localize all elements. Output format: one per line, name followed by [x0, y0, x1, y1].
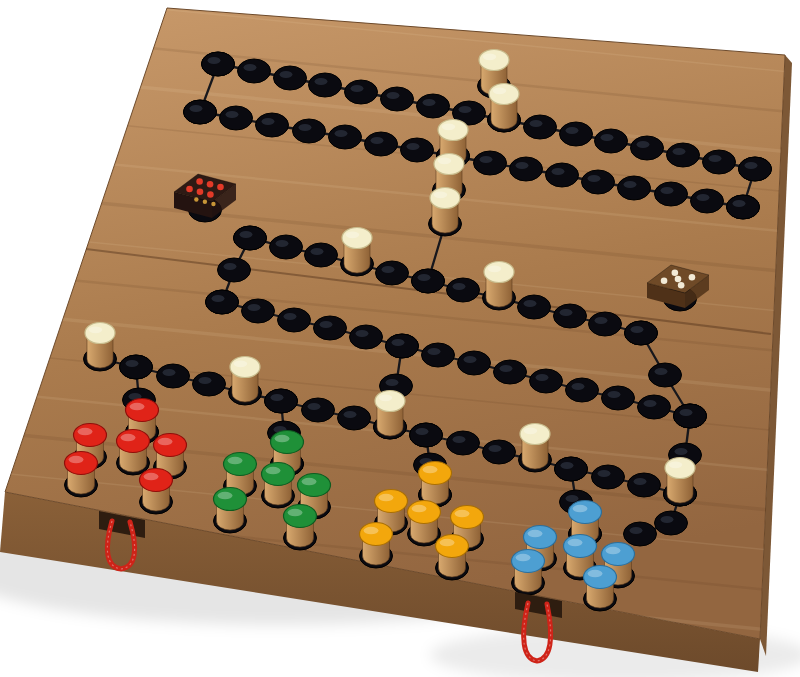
- track-hole[interactable]: [206, 290, 239, 314]
- peg-highlight: [412, 505, 427, 512]
- peg-highlight: [288, 509, 303, 516]
- peg-top: [436, 535, 469, 558]
- peg-highlight: [493, 87, 507, 94]
- hole-sheen: [262, 118, 275, 125]
- track-hole[interactable]: [345, 80, 378, 104]
- hole-sheen: [392, 339, 405, 346]
- peg-top: [230, 357, 260, 378]
- track-hole[interactable]: [270, 235, 303, 259]
- die-side-pip: [194, 197, 198, 201]
- die-pip: [689, 274, 696, 281]
- hole-sheen: [644, 400, 657, 407]
- track-hole[interactable]: [412, 269, 445, 293]
- hole-sheen: [480, 156, 493, 163]
- pawn-peg-yellow[interactable]: [360, 523, 393, 566]
- pawn-peg-green[interactable]: [214, 488, 247, 531]
- track-hole[interactable]: [655, 182, 688, 206]
- peg-top: [271, 431, 304, 454]
- die-pip: [678, 282, 685, 289]
- track-hole[interactable]: [518, 295, 551, 319]
- track-hole[interactable]: [410, 423, 443, 447]
- photo-background: [0, 0, 800, 677]
- peg-highlight: [588, 570, 603, 577]
- peg-top: [479, 50, 509, 71]
- hole-sheen: [630, 527, 643, 534]
- peg-highlight: [130, 403, 145, 410]
- hole-sheen: [126, 360, 139, 367]
- hole-sheen: [248, 304, 261, 311]
- hole-sheen: [655, 368, 668, 375]
- hole-sheen: [572, 383, 585, 390]
- game-board-scene: [0, 0, 800, 677]
- track-hole[interactable]: [329, 125, 362, 149]
- hole-sheen: [226, 111, 239, 118]
- pawn-peg-blue[interactable]: [584, 566, 617, 609]
- track-hole[interactable]: [278, 308, 311, 332]
- barricade-peg-white[interactable]: [489, 84, 519, 130]
- peg-highlight: [442, 123, 456, 130]
- hole-sheen: [661, 187, 674, 194]
- track-hole[interactable]: [691, 189, 724, 213]
- peg-top: [65, 452, 98, 475]
- peg-highlight: [438, 157, 452, 164]
- hole-sheen: [552, 168, 565, 175]
- pawn-peg-yellow[interactable]: [436, 535, 469, 578]
- hole-sheen: [453, 283, 466, 290]
- hole-sheen: [423, 99, 436, 106]
- track-hole[interactable]: [193, 372, 226, 396]
- peg-highlight: [434, 191, 448, 198]
- track-hole[interactable]: [314, 316, 347, 340]
- peg-highlight: [218, 492, 233, 499]
- die-pip: [217, 184, 224, 191]
- hole-sheen: [351, 85, 364, 92]
- peg-top: [602, 543, 635, 566]
- hole-sheen: [697, 194, 710, 201]
- hole-sheen: [673, 148, 686, 155]
- hole-sheen: [240, 231, 253, 238]
- track-hole[interactable]: [447, 278, 480, 302]
- peg-top: [360, 523, 393, 546]
- peg-top: [569, 501, 602, 524]
- hole-sheen: [163, 369, 176, 376]
- pawn-peg-green[interactable]: [284, 505, 317, 548]
- track-hole[interactable]: [120, 355, 153, 379]
- track-hole[interactable]: [674, 404, 707, 428]
- track-hole[interactable]: [338, 406, 371, 430]
- hole-sheen: [634, 478, 647, 485]
- peg-top: [284, 505, 317, 528]
- track-hole[interactable]: [510, 157, 543, 181]
- die-pip: [207, 191, 214, 198]
- hole-sheen: [489, 445, 502, 452]
- hole-sheen: [428, 348, 441, 355]
- hole-sheen: [335, 130, 348, 137]
- peg-top: [224, 453, 257, 476]
- hole-sheen: [407, 143, 420, 150]
- track-hole[interactable]: [157, 364, 190, 388]
- peg-highlight: [364, 527, 379, 534]
- peg-highlight: [488, 265, 502, 272]
- peg-highlight: [440, 539, 455, 546]
- hole-sheen: [299, 124, 312, 131]
- track-hole[interactable]: [566, 378, 599, 402]
- hole-sheen: [386, 379, 399, 386]
- barricade-peg-white[interactable]: [665, 458, 695, 504]
- barricade-peg-white[interactable]: [85, 323, 115, 369]
- peg-highlight: [228, 457, 243, 464]
- hole-sheen: [320, 321, 333, 328]
- track-hole[interactable]: [638, 395, 671, 419]
- pawn-peg-red[interactable]: [65, 452, 98, 495]
- barricade-peg-white[interactable]: [375, 391, 405, 437]
- peg-top: [262, 463, 295, 486]
- hole-sheen: [680, 409, 693, 416]
- track-hole[interactable]: [582, 170, 615, 194]
- peg-highlight: [568, 539, 583, 546]
- pawn-peg-yellow[interactable]: [408, 501, 441, 543]
- peg-top: [564, 535, 597, 558]
- track-hole[interactable]: [302, 398, 335, 422]
- peg-highlight: [379, 494, 394, 501]
- peg-highlight: [455, 510, 470, 517]
- hole-sheen: [675, 448, 688, 455]
- hole-sheen: [530, 120, 543, 127]
- die-pip: [675, 276, 682, 283]
- track-hole[interactable]: [592, 465, 625, 489]
- peg-top: [430, 188, 460, 209]
- barricade-peg-white[interactable]: [430, 188, 460, 234]
- track-hole[interactable]: [242, 299, 275, 323]
- track-hole[interactable]: [238, 59, 271, 83]
- peg-top: [375, 391, 405, 412]
- hole-sheen: [344, 411, 357, 418]
- track-hole[interactable]: [293, 119, 326, 143]
- die-pip: [186, 186, 193, 193]
- die-pip: [197, 188, 204, 195]
- track-hole[interactable]: [265, 389, 298, 413]
- die-side-pip: [211, 202, 215, 206]
- track-hole[interactable]: [649, 363, 682, 387]
- peg-highlight: [69, 456, 84, 463]
- track-hole[interactable]: [494, 360, 527, 384]
- barricade-peg-white[interactable]: [230, 357, 260, 403]
- hole-sheen: [459, 106, 472, 113]
- track-hole[interactable]: [417, 94, 450, 118]
- peg-top: [85, 323, 115, 344]
- hole-sheen: [208, 57, 221, 64]
- peg-top: [438, 120, 468, 141]
- track-hole[interactable]: [381, 87, 414, 111]
- track-hole[interactable]: [458, 351, 491, 375]
- track-hole[interactable]: [546, 163, 579, 187]
- track-hole[interactable]: [422, 343, 455, 367]
- pawn-peg-green[interactable]: [262, 463, 295, 506]
- peg-top: [298, 474, 331, 497]
- barricade-peg-white[interactable]: [520, 424, 550, 470]
- peg-highlight: [78, 428, 93, 435]
- track-hole[interactable]: [202, 52, 235, 76]
- die-pip: [207, 181, 214, 188]
- peg-top: [451, 506, 484, 529]
- hole-sheen: [453, 436, 466, 443]
- peg-top: [154, 434, 187, 457]
- hole-sheen: [500, 365, 513, 372]
- peg-top: [434, 154, 464, 175]
- hole-sheen: [387, 92, 400, 99]
- track-hole[interactable]: [554, 304, 587, 328]
- hole-sheen: [745, 162, 758, 169]
- peg-highlight: [121, 434, 136, 441]
- track-hole[interactable]: [595, 129, 628, 153]
- hole-sheen: [271, 394, 284, 401]
- peg-top: [419, 462, 452, 485]
- track-hole[interactable]: [256, 113, 289, 137]
- hole-sheen: [382, 266, 395, 273]
- peg-highlight: [266, 467, 281, 474]
- peg-highlight: [423, 466, 438, 473]
- hole-sheen: [637, 141, 650, 148]
- hole-sheen: [244, 64, 257, 71]
- track-hole[interactable]: [234, 226, 267, 250]
- track-hole[interactable]: [530, 369, 563, 393]
- peg-highlight: [302, 478, 317, 485]
- track-hole[interactable]: [560, 122, 593, 146]
- pawn-peg-red[interactable]: [140, 469, 173, 512]
- pawn-peg-blue[interactable]: [512, 550, 545, 593]
- track-hole[interactable]: [655, 511, 688, 535]
- hole-sheen: [631, 326, 644, 333]
- track-hole[interactable]: [365, 132, 398, 156]
- peg-top: [524, 526, 557, 549]
- hole-sheen: [566, 127, 579, 134]
- hole-sheen: [733, 200, 746, 207]
- track-hole[interactable]: [309, 73, 342, 97]
- peg-highlight: [669, 461, 683, 468]
- pawn-peg-yellow[interactable]: [419, 462, 452, 504]
- track-hole[interactable]: [483, 440, 516, 464]
- hole-sheen: [356, 330, 369, 337]
- track-hole[interactable]: [447, 431, 480, 455]
- track-hole[interactable]: [386, 334, 419, 358]
- hole-sheen: [601, 134, 614, 141]
- peg-highlight: [379, 394, 393, 401]
- hole-sheen: [224, 263, 237, 270]
- hole-sheen: [276, 240, 289, 247]
- peg-top: [74, 424, 107, 447]
- track-hole[interactable]: [220, 106, 253, 130]
- barricade-peg-white[interactable]: [342, 228, 372, 274]
- die-pip: [672, 269, 679, 276]
- hole-sheen: [588, 175, 601, 182]
- track-hole[interactable]: [274, 66, 307, 90]
- hole-sheen: [566, 495, 579, 502]
- peg-highlight: [346, 231, 360, 238]
- track-hole[interactable]: [631, 136, 664, 160]
- hole-sheen: [418, 274, 431, 281]
- hole-sheen: [280, 71, 293, 78]
- hole-sheen: [199, 377, 212, 384]
- peg-top: [520, 424, 550, 445]
- peg-top: [342, 228, 372, 249]
- track-hole[interactable]: [350, 325, 383, 349]
- die-pip: [196, 178, 203, 185]
- peg-highlight: [144, 473, 159, 480]
- hole-sheen: [561, 462, 574, 469]
- track-hole[interactable]: [401, 138, 434, 162]
- hole-sheen: [308, 403, 321, 410]
- peg-top: [140, 469, 173, 492]
- peg-highlight: [275, 435, 290, 442]
- hole-sheen: [212, 295, 225, 302]
- peg-highlight: [89, 326, 103, 333]
- hole-sheen: [315, 78, 328, 85]
- peg-highlight: [606, 547, 621, 554]
- hole-sheen: [608, 391, 621, 398]
- track-hole[interactable]: [474, 151, 507, 175]
- hole-sheen: [416, 428, 429, 435]
- hole-sheen: [560, 309, 573, 316]
- peg-highlight: [234, 360, 248, 367]
- peg-top: [512, 550, 545, 573]
- peg-highlight: [528, 530, 543, 537]
- barricade-peg-white[interactable]: [484, 262, 514, 308]
- hole-sheen: [598, 470, 611, 477]
- die-pip: [661, 278, 668, 285]
- hole-sheen: [190, 105, 203, 112]
- hole-sheen: [516, 162, 529, 169]
- peg-highlight: [573, 505, 588, 512]
- hole-sheen: [311, 248, 324, 255]
- track-hole[interactable]: [628, 473, 661, 497]
- hole-sheen: [595, 317, 608, 324]
- peg-top: [375, 490, 408, 513]
- track-hole[interactable]: [218, 258, 251, 282]
- peg-top: [214, 488, 247, 511]
- track-hole[interactable]: [184, 100, 217, 124]
- peg-top: [584, 566, 617, 589]
- hole-sheen: [536, 374, 549, 381]
- track-hole[interactable]: [667, 143, 700, 167]
- hole-sheen: [284, 313, 297, 320]
- hole-sheen: [464, 356, 477, 363]
- peg-highlight: [516, 554, 531, 561]
- track-hole[interactable]: [602, 386, 635, 410]
- hole-sheen: [624, 181, 637, 188]
- track-hole[interactable]: [555, 457, 588, 481]
- peg-top: [126, 399, 159, 422]
- peg-top: [665, 458, 695, 479]
- track-hole[interactable]: [625, 321, 658, 345]
- track-hole[interactable]: [305, 243, 338, 267]
- peg-top: [484, 262, 514, 283]
- peg-highlight: [158, 438, 173, 445]
- peg-top: [408, 501, 441, 524]
- hole-sheen: [709, 155, 722, 162]
- track-hole[interactable]: [618, 176, 651, 200]
- track-hole[interactable]: [524, 115, 557, 139]
- track-hole[interactable]: [624, 522, 657, 546]
- track-hole[interactable]: [376, 261, 409, 285]
- peg-top: [117, 430, 150, 453]
- peg-highlight: [483, 53, 497, 60]
- track-hole[interactable]: [703, 150, 736, 174]
- pawn-peg-red[interactable]: [117, 430, 150, 473]
- peg-top: [489, 84, 519, 105]
- peg-highlight: [524, 427, 538, 434]
- hole-sheen: [371, 137, 384, 144]
- hole-sheen: [524, 300, 537, 307]
- track-hole[interactable]: [739, 157, 772, 181]
- track-hole[interactable]: [589, 312, 622, 336]
- die-side-pip: [203, 200, 207, 204]
- track-hole[interactable]: [727, 195, 760, 219]
- hole-sheen: [661, 516, 674, 523]
